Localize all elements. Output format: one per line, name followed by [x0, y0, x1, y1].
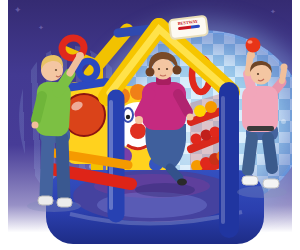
boy-left-jeans	[46, 138, 48, 196]
side-strip-right	[292, 0, 300, 250]
boy-right-jeans	[248, 138, 252, 170]
side-strip-left	[0, 0, 8, 250]
child-right	[237, 38, 288, 199]
scene	[0, 0, 300, 250]
product-photo: ✦ ✦ ✦	[0, 0, 300, 250]
red-ball	[246, 38, 261, 53]
clown-nose	[130, 123, 146, 139]
sneaker	[263, 179, 279, 188]
sneaker	[242, 176, 258, 185]
